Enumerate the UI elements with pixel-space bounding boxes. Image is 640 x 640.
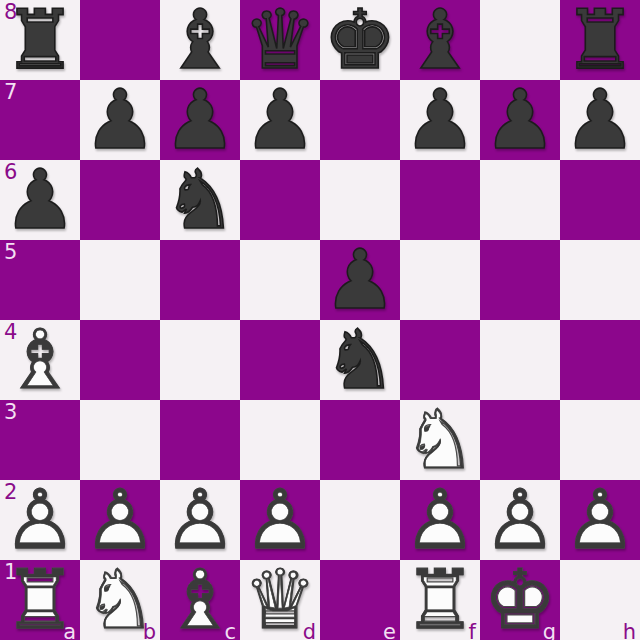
piece-black-rook[interactable]: ♜ [560, 0, 640, 80]
piece-glyph: ♝ [160, 0, 240, 80]
piece-black-pawn[interactable]: ♟ [560, 80, 640, 160]
square-d8[interactable]: ♛ [240, 0, 320, 80]
piece-glyph: ♟ [480, 80, 560, 160]
piece-outline-glyph: ♙ [80, 480, 160, 560]
square-e5[interactable]: ♟ [320, 240, 400, 320]
square-b7[interactable]: ♟ [80, 80, 160, 160]
square-g8[interactable] [480, 0, 560, 80]
rank-label-5: 5 [4, 241, 17, 263]
piece-black-pawn[interactable]: ♟ [240, 80, 320, 160]
square-d7[interactable]: ♟ [240, 80, 320, 160]
square-c3[interactable] [160, 400, 240, 480]
piece-black-pawn[interactable]: ♟ [480, 80, 560, 160]
square-e6[interactable] [320, 160, 400, 240]
piece-glyph: ♟ [400, 80, 480, 160]
square-e2[interactable] [320, 480, 400, 560]
piece-glyph: ♟ [560, 80, 640, 160]
square-d2[interactable]: ♟♙ [240, 480, 320, 560]
square-a7[interactable]: 7 [0, 80, 80, 160]
rank-label-4: 4 [4, 321, 17, 343]
piece-black-bishop[interactable]: ♝ [400, 0, 480, 80]
square-b5[interactable] [80, 240, 160, 320]
square-e4[interactable]: ♞ [320, 320, 400, 400]
piece-glyph: ♝ [400, 0, 480, 80]
square-c4[interactable] [160, 320, 240, 400]
square-d3[interactable] [240, 400, 320, 480]
chess-board: ♜8♝♛♚♝♜7♟♟♟♟♟♟♟6♞5♟♝♗4♞3♞♘♟♙2♟♙♟♙♟♙♟♙♟♙♟… [0, 0, 640, 640]
piece-white-pawn[interactable]: ♟♙ [80, 480, 160, 560]
piece-glyph: ♞ [320, 320, 400, 400]
square-b4[interactable] [80, 320, 160, 400]
file-label-d: d [303, 621, 316, 640]
rank-label-7: 7 [4, 81, 17, 103]
piece-black-pawn[interactable]: ♟ [80, 80, 160, 160]
square-h6[interactable] [560, 160, 640, 240]
square-c8[interactable]: ♝ [160, 0, 240, 80]
square-a4[interactable]: ♝♗4 [0, 320, 80, 400]
square-a6[interactable]: ♟6 [0, 160, 80, 240]
square-c7[interactable]: ♟ [160, 80, 240, 160]
square-f2[interactable]: ♟♙ [400, 480, 480, 560]
piece-white-pawn[interactable]: ♟♙ [400, 480, 480, 560]
square-f4[interactable] [400, 320, 480, 400]
piece-glyph: ♟ [240, 80, 320, 160]
rank-label-8: 8 [4, 1, 17, 23]
square-f8[interactable]: ♝ [400, 0, 480, 80]
square-h4[interactable] [560, 320, 640, 400]
piece-outline-glyph: ♙ [400, 480, 480, 560]
rank-label-3: 3 [4, 401, 17, 423]
piece-white-pawn[interactable]: ♟♙ [560, 480, 640, 560]
file-label-f: f [469, 621, 476, 640]
square-d1[interactable]: ♛♕d [240, 560, 320, 640]
square-g3[interactable] [480, 400, 560, 480]
piece-black-bishop[interactable]: ♝ [160, 0, 240, 80]
piece-white-pawn[interactable]: ♟♙ [160, 480, 240, 560]
square-b3[interactable] [80, 400, 160, 480]
square-a3[interactable]: 3 [0, 400, 80, 480]
square-f1[interactable]: ♜♖f [400, 560, 480, 640]
square-g4[interactable] [480, 320, 560, 400]
square-d5[interactable] [240, 240, 320, 320]
piece-glyph: ♞ [160, 160, 240, 240]
square-g5[interactable] [480, 240, 560, 320]
piece-outline-glyph: ♙ [480, 480, 560, 560]
square-c1[interactable]: ♝♗c [160, 560, 240, 640]
piece-black-pawn[interactable]: ♟ [160, 80, 240, 160]
square-g7[interactable]: ♟ [480, 80, 560, 160]
square-h5[interactable] [560, 240, 640, 320]
square-a8[interactable]: ♜8 [0, 0, 80, 80]
square-g1[interactable]: ♚♔g [480, 560, 560, 640]
square-b1[interactable]: ♞♘b [80, 560, 160, 640]
piece-glyph: ♚ [320, 0, 400, 80]
file-label-c: c [224, 621, 236, 640]
file-label-b: b [143, 621, 156, 640]
piece-outline-glyph: ♘ [400, 400, 480, 480]
square-h7[interactable]: ♟ [560, 80, 640, 160]
square-g6[interactable] [480, 160, 560, 240]
square-h3[interactable] [560, 400, 640, 480]
piece-outline-glyph: ♙ [240, 480, 320, 560]
piece-white-pawn[interactable]: ♟♙ [480, 480, 560, 560]
square-e8[interactable]: ♚ [320, 0, 400, 80]
square-d4[interactable] [240, 320, 320, 400]
square-c5[interactable] [160, 240, 240, 320]
square-a1[interactable]: ♜♖1a [0, 560, 80, 640]
piece-glyph: ♟ [80, 80, 160, 160]
square-g2[interactable]: ♟♙ [480, 480, 560, 560]
piece-black-pawn[interactable]: ♟ [320, 240, 400, 320]
piece-outline-glyph: ♙ [560, 480, 640, 560]
piece-glyph: ♜ [560, 0, 640, 80]
square-e3[interactable] [320, 400, 400, 480]
file-label-g: g [543, 621, 556, 640]
piece-glyph: ♟ [320, 240, 400, 320]
file-label-h: h [623, 621, 636, 640]
piece-white-knight[interactable]: ♞♘ [400, 400, 480, 480]
piece-glyph: ♛ [240, 0, 320, 80]
square-h2[interactable]: ♟♙ [560, 480, 640, 560]
square-b2[interactable]: ♟♙ [80, 480, 160, 560]
file-label-e: e [383, 621, 396, 640]
piece-black-pawn[interactable]: ♟ [400, 80, 480, 160]
piece-glyph: ♟ [160, 80, 240, 160]
square-h1[interactable]: h [560, 560, 640, 640]
file-label-a: a [63, 621, 76, 640]
square-h8[interactable]: ♜ [560, 0, 640, 80]
square-b6[interactable] [80, 160, 160, 240]
square-e7[interactable] [320, 80, 400, 160]
square-a2[interactable]: ♟♙2 [0, 480, 80, 560]
square-f5[interactable] [400, 240, 480, 320]
square-f3[interactable]: ♞♘ [400, 400, 480, 480]
square-f7[interactable]: ♟ [400, 80, 480, 160]
square-a5[interactable]: 5 [0, 240, 80, 320]
square-f6[interactable] [400, 160, 480, 240]
piece-white-pawn[interactable]: ♟♙ [240, 480, 320, 560]
square-d6[interactable] [240, 160, 320, 240]
square-b8[interactable] [80, 0, 160, 80]
piece-black-knight[interactable]: ♞ [160, 160, 240, 240]
rank-label-1: 1 [4, 561, 17, 583]
square-c2[interactable]: ♟♙ [160, 480, 240, 560]
rank-label-2: 2 [4, 481, 17, 503]
piece-black-king[interactable]: ♚ [320, 0, 400, 80]
piece-outline-glyph: ♙ [160, 480, 240, 560]
square-c6[interactable]: ♞ [160, 160, 240, 240]
square-e1[interactable]: e [320, 560, 400, 640]
piece-black-knight[interactable]: ♞ [320, 320, 400, 400]
piece-black-queen[interactable]: ♛ [240, 0, 320, 80]
rank-label-6: 6 [4, 161, 17, 183]
